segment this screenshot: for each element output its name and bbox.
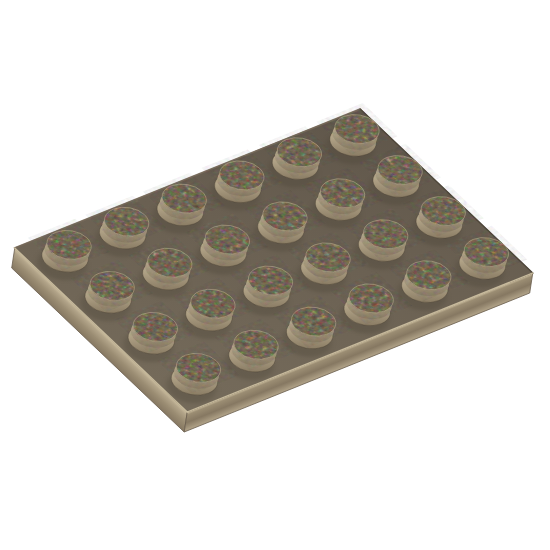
lego-plate-4x6-image — [0, 0, 550, 550]
plate-group — [0, 109, 547, 432]
product-photo-canvas — [0, 0, 550, 550]
